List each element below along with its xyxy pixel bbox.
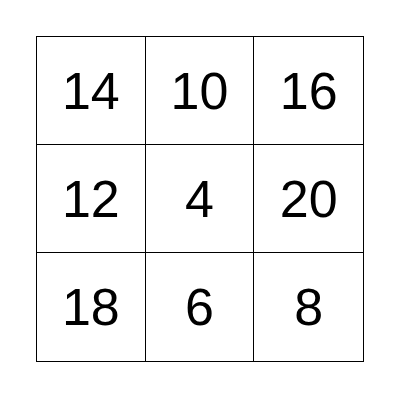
grid-cell-r3c1: 18 [37, 253, 146, 361]
grid-cell-r2c1: 12 [37, 145, 146, 253]
grid-cell-r3c2: 6 [146, 253, 255, 361]
grid-cell-r1c2: 10 [146, 37, 255, 145]
number-grid-board: 14 10 16 12 4 20 18 6 8 [36, 36, 364, 362]
grid-cell-r2c2: 4 [146, 145, 255, 253]
grid-cell-r3c3: 8 [254, 253, 363, 361]
grid-cell-r2c3: 20 [254, 145, 363, 253]
grid-cell-r1c3: 16 [254, 37, 363, 145]
grid-cell-r1c1: 14 [37, 37, 146, 145]
